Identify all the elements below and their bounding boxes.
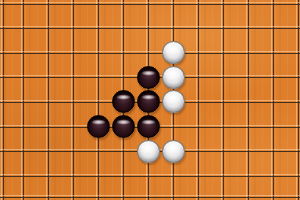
grid-line-highlight <box>271 0 272 200</box>
grid-line <box>248 0 249 200</box>
grid-line-highlight <box>0 195 300 196</box>
grid-line <box>0 4 300 5</box>
grid-line-highlight <box>1 0 2 200</box>
grid-line <box>223 0 224 200</box>
gomoku-board[interactable] <box>0 0 300 200</box>
grid-line-highlight <box>0 2 300 3</box>
grid-line-highlight <box>71 0 72 200</box>
grid-line <box>273 0 274 200</box>
white-stone <box>137 140 160 163</box>
grid-line-highlight <box>221 0 222 200</box>
grid-line <box>48 0 49 200</box>
grid-line <box>73 0 74 200</box>
grid-line <box>3 0 4 200</box>
grid-line <box>298 0 299 200</box>
game-window <box>0 0 300 200</box>
grid-line <box>0 53 300 54</box>
grid-line-highlight <box>46 0 47 200</box>
grid-line <box>23 0 24 200</box>
grid-line <box>0 176 300 177</box>
grid-line-highlight <box>0 51 300 52</box>
black-stone <box>112 90 135 113</box>
white-stone <box>162 90 185 113</box>
white-stone <box>162 41 185 64</box>
grid-line-highlight <box>246 0 247 200</box>
black-stone <box>137 90 160 113</box>
white-stone <box>162 66 185 89</box>
grid-line-highlight <box>96 0 97 200</box>
white-stone <box>162 140 185 163</box>
grid-line <box>98 0 99 200</box>
grid-line <box>0 28 300 29</box>
grid-line-highlight <box>0 174 300 175</box>
grid-line <box>198 0 199 200</box>
black-stone <box>112 115 135 138</box>
black-stone <box>137 66 160 89</box>
grid-line-highlight <box>296 0 297 200</box>
grid-line-highlight <box>0 26 300 27</box>
black-stone <box>137 115 160 138</box>
grid-line-highlight <box>21 0 22 200</box>
grid-line <box>0 197 300 198</box>
grid-line-highlight <box>196 0 197 200</box>
black-stone <box>87 115 110 138</box>
